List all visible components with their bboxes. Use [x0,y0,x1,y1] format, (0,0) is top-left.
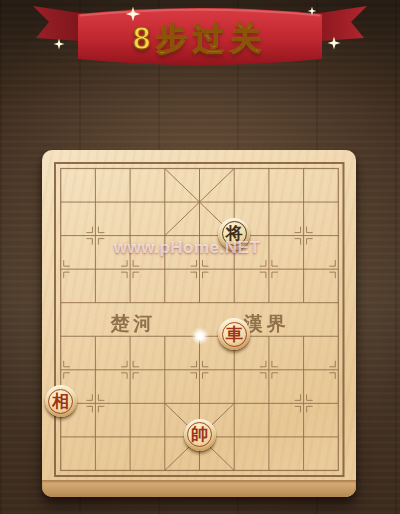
board-edge [42,480,356,497]
piece-black-general[interactable]: 将 [218,218,250,250]
piece-character: 相 [52,393,69,410]
xiangqi-board[interactable]: 楚河 漢界 将車相帥 www.pHome.NET [42,150,356,497]
piece-red-elephant[interactable]: 相 [45,385,77,417]
piece-character: 将 [226,225,243,242]
piece-red-general[interactable]: 帥 [184,419,216,451]
highlight-dot [191,327,209,345]
river-label-left: 楚河 [79,311,189,337]
game-screen: 8步过关 楚河 漢界 将車相帥 www.pHome.NET [0,0,400,514]
level-goal-title: 8步过关 [0,16,400,62]
piece-character: 帥 [191,426,208,443]
piece-character: 車 [226,326,243,343]
